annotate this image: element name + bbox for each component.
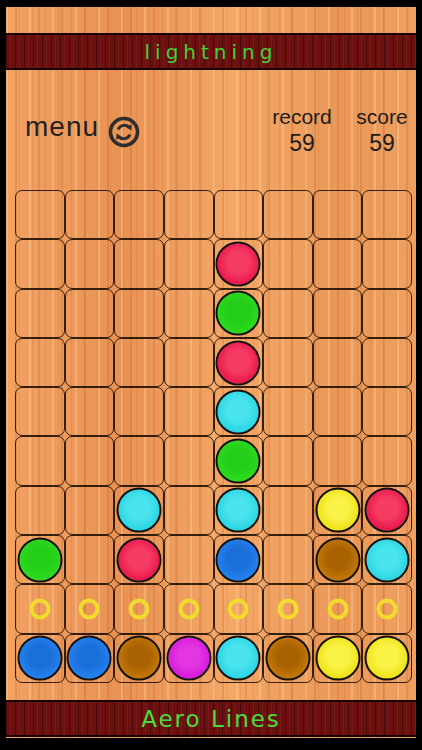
cell-r1c4[interactable] bbox=[164, 190, 214, 239]
refresh-icon bbox=[107, 115, 141, 149]
cell-r5c1[interactable] bbox=[15, 387, 65, 436]
cell-r9c6[interactable] bbox=[263, 584, 313, 633]
cell-r5c4[interactable] bbox=[164, 387, 214, 436]
board bbox=[15, 190, 412, 683]
cell-r9c7[interactable] bbox=[313, 584, 363, 633]
orange-ball[interactable] bbox=[265, 636, 310, 681]
red-ball[interactable] bbox=[117, 537, 162, 582]
cell-r4c1[interactable] bbox=[15, 338, 65, 387]
cell-r4c7[interactable] bbox=[313, 338, 363, 387]
cyan-ball[interactable] bbox=[216, 389, 261, 434]
cell-r4c6[interactable] bbox=[263, 338, 313, 387]
cell-r9c5[interactable] bbox=[214, 584, 264, 633]
cell-r9c3[interactable] bbox=[114, 584, 164, 633]
cell-r7c5[interactable] bbox=[214, 486, 264, 535]
cell-r8c1[interactable] bbox=[15, 535, 65, 584]
record-label: record bbox=[252, 105, 352, 130]
cell-r1c6[interactable] bbox=[263, 190, 313, 239]
cell-r6c4[interactable] bbox=[164, 436, 214, 485]
cell-r7c8[interactable] bbox=[362, 486, 412, 535]
cell-r3c1[interactable] bbox=[15, 289, 65, 338]
green-ball[interactable] bbox=[216, 439, 261, 484]
cell-r10c8[interactable] bbox=[362, 634, 412, 683]
blue-ball[interactable] bbox=[67, 636, 112, 681]
cell-r9c8[interactable] bbox=[362, 584, 412, 633]
ring-marker bbox=[228, 599, 249, 620]
cyan-ball[interactable] bbox=[365, 537, 410, 582]
cell-r8c6[interactable] bbox=[263, 535, 313, 584]
cell-r8c8[interactable] bbox=[362, 535, 412, 584]
cell-r9c2[interactable] bbox=[65, 584, 115, 633]
cell-r3c5[interactable] bbox=[214, 289, 264, 338]
record-stat: record 59 bbox=[252, 105, 352, 157]
cell-r7c3[interactable] bbox=[114, 486, 164, 535]
cell-r8c4[interactable] bbox=[164, 535, 214, 584]
cell-r1c7[interactable] bbox=[313, 190, 363, 239]
menu-button[interactable]: menu bbox=[25, 111, 99, 143]
cell-r7c2[interactable] bbox=[65, 486, 115, 535]
cell-r2c3[interactable] bbox=[114, 239, 164, 288]
cell-r1c2[interactable] bbox=[65, 190, 115, 239]
ring-marker bbox=[79, 599, 100, 620]
footer-bar: Aero Lines bbox=[6, 700, 416, 737]
cell-r3c8[interactable] bbox=[362, 289, 412, 338]
yellow-ball[interactable] bbox=[315, 488, 360, 533]
cell-r1c1[interactable] bbox=[15, 190, 65, 239]
cell-r4c8[interactable] bbox=[362, 338, 412, 387]
cell-r7c4[interactable] bbox=[164, 486, 214, 535]
cell-r2c8[interactable] bbox=[362, 239, 412, 288]
cell-r10c3[interactable] bbox=[114, 634, 164, 683]
cell-r4c4[interactable] bbox=[164, 338, 214, 387]
red-ball[interactable] bbox=[365, 488, 410, 533]
cell-r6c2[interactable] bbox=[65, 436, 115, 485]
green-ball[interactable] bbox=[216, 291, 261, 336]
ring-marker bbox=[129, 599, 150, 620]
orange-ball[interactable] bbox=[315, 537, 360, 582]
cell-r1c5[interactable] bbox=[214, 190, 264, 239]
yellow-ball[interactable] bbox=[315, 636, 360, 681]
cyan-ball[interactable] bbox=[117, 488, 162, 533]
cell-r2c4[interactable] bbox=[164, 239, 214, 288]
refresh-button[interactable] bbox=[107, 115, 141, 149]
ring-marker bbox=[277, 599, 298, 620]
green-ball[interactable] bbox=[17, 537, 62, 582]
app-screen: lightning menu record 59 score 59 Aero L… bbox=[0, 0, 422, 750]
cell-r10c7[interactable] bbox=[313, 634, 363, 683]
cell-r10c5[interactable] bbox=[214, 634, 264, 683]
ring-marker bbox=[327, 599, 348, 620]
cell-r6c1[interactable] bbox=[15, 436, 65, 485]
cell-r8c3[interactable] bbox=[114, 535, 164, 584]
app-title: Aero Lines bbox=[141, 706, 281, 732]
cell-r3c7[interactable] bbox=[313, 289, 363, 338]
cyan-ball[interactable] bbox=[216, 636, 261, 681]
cell-r6c6[interactable] bbox=[263, 436, 313, 485]
mode-title: lightning bbox=[145, 40, 278, 64]
cell-r7c1[interactable] bbox=[15, 486, 65, 535]
mode-title-bar: lightning bbox=[6, 33, 416, 70]
score-value: 59 bbox=[346, 130, 418, 157]
magenta-ball[interactable] bbox=[166, 636, 211, 681]
cell-r5c5[interactable] bbox=[214, 387, 264, 436]
cell-r5c8[interactable] bbox=[362, 387, 412, 436]
cell-r2c5[interactable] bbox=[214, 239, 264, 288]
cell-r2c6[interactable] bbox=[263, 239, 313, 288]
cell-r1c8[interactable] bbox=[362, 190, 412, 239]
cell-r6c3[interactable] bbox=[114, 436, 164, 485]
ring-marker bbox=[29, 599, 50, 620]
cell-r3c2[interactable] bbox=[65, 289, 115, 338]
cell-r3c3[interactable] bbox=[114, 289, 164, 338]
cyan-ball[interactable] bbox=[216, 488, 261, 533]
cell-r1c3[interactable] bbox=[114, 190, 164, 239]
cell-r6c5[interactable] bbox=[214, 436, 264, 485]
cell-r3c6[interactable] bbox=[263, 289, 313, 338]
cell-r2c2[interactable] bbox=[65, 239, 115, 288]
record-value: 59 bbox=[252, 130, 352, 157]
cell-r10c4[interactable] bbox=[164, 634, 214, 683]
score-stat: score 59 bbox=[346, 105, 418, 157]
cell-r8c7[interactable] bbox=[313, 535, 363, 584]
blue-ball[interactable] bbox=[216, 537, 261, 582]
cell-r5c7[interactable] bbox=[313, 387, 363, 436]
cell-r5c3[interactable] bbox=[114, 387, 164, 436]
wood-background: lightning menu record 59 score 59 Aero L… bbox=[6, 7, 416, 738]
cell-r6c8[interactable] bbox=[362, 436, 412, 485]
cell-r5c2[interactable] bbox=[65, 387, 115, 436]
cell-r7c7[interactable] bbox=[313, 486, 363, 535]
red-ball[interactable] bbox=[216, 241, 261, 286]
cell-r9c4[interactable] bbox=[164, 584, 214, 633]
cell-r10c6[interactable] bbox=[263, 634, 313, 683]
ring-marker bbox=[178, 599, 199, 620]
cell-r4c3[interactable] bbox=[114, 338, 164, 387]
yellow-ball[interactable] bbox=[365, 636, 410, 681]
cell-r8c2[interactable] bbox=[65, 535, 115, 584]
score-label: score bbox=[346, 105, 418, 130]
cell-r9c1[interactable] bbox=[15, 584, 65, 633]
ring-marker bbox=[377, 599, 398, 620]
red-ball[interactable] bbox=[216, 340, 261, 385]
cell-r2c1[interactable] bbox=[15, 239, 65, 288]
cell-r8c5[interactable] bbox=[214, 535, 264, 584]
cell-r10c1[interactable] bbox=[15, 634, 65, 683]
cell-r2c7[interactable] bbox=[313, 239, 363, 288]
orange-ball[interactable] bbox=[117, 636, 162, 681]
cell-r3c4[interactable] bbox=[164, 289, 214, 338]
blue-ball[interactable] bbox=[17, 636, 62, 681]
cell-r4c5[interactable] bbox=[214, 338, 264, 387]
cell-r4c2[interactable] bbox=[65, 338, 115, 387]
cell-r10c2[interactable] bbox=[65, 634, 115, 683]
cell-r5c6[interactable] bbox=[263, 387, 313, 436]
cell-r6c7[interactable] bbox=[313, 436, 363, 485]
cell-r7c6[interactable] bbox=[263, 486, 313, 535]
